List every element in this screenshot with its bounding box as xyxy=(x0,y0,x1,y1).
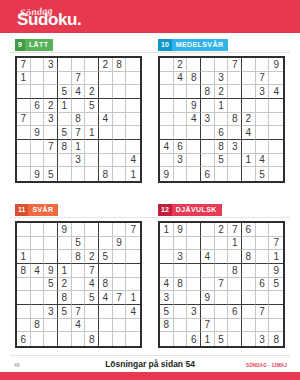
cell-r3c6 xyxy=(228,250,242,264)
cell-r4c6 xyxy=(228,99,242,113)
cell-r3c1 xyxy=(160,250,174,264)
cell-r2c3: 8 xyxy=(187,72,201,86)
cell-r8c5: 3 xyxy=(72,154,86,168)
cell-r5c9: 5 xyxy=(269,278,283,292)
cell-r4c5 xyxy=(215,264,229,278)
cell-r9c8: 3 xyxy=(256,332,270,346)
cell-r7c1: 4 xyxy=(160,140,174,154)
cell-r7c6 xyxy=(85,305,99,319)
cell-r8c8 xyxy=(256,319,270,333)
cell-r7c7 xyxy=(99,305,113,319)
cell-r4c8 xyxy=(256,99,270,113)
cell-r9c1 xyxy=(160,332,174,346)
cell-r1c3 xyxy=(187,223,201,237)
sudoku-grid-12: 1927617348189487653953678761538 xyxy=(158,221,285,348)
cell-r2c7 xyxy=(242,237,256,251)
cell-r5c1 xyxy=(160,113,174,127)
cell-r1c3 xyxy=(44,223,58,237)
cell-r7c8: 7 xyxy=(256,305,270,319)
cell-r9c9: 8 xyxy=(269,332,283,346)
bottom-puzzles-section: 11 SVÅR 12 DJÄVULSK 97591825849175248854… xyxy=(0,204,300,348)
cell-r8c2: 8 xyxy=(31,319,45,333)
cell-r6c4: 5 xyxy=(58,126,72,140)
cell-r4c9 xyxy=(126,99,140,113)
cell-r7c2: 6 xyxy=(174,140,188,154)
header-banner: Söndag Sudoku. xyxy=(0,0,300,33)
cell-r8c4 xyxy=(58,154,72,168)
cell-r5c6 xyxy=(85,113,99,127)
cell-r1c4 xyxy=(201,58,215,72)
cell-r2c2 xyxy=(174,237,188,251)
cell-r9c1 xyxy=(17,167,31,181)
cell-r2c5 xyxy=(215,237,229,251)
cell-r4c1 xyxy=(160,264,174,278)
cell-r8c1 xyxy=(17,154,31,168)
cell-r1c2 xyxy=(31,58,45,72)
badge-puzzle-9: 9 LÄTT xyxy=(15,39,53,51)
cell-r4c7 xyxy=(99,99,113,113)
cell-r1c4: 9 xyxy=(58,223,72,237)
cell-r7c9: 4 xyxy=(126,305,140,319)
cell-r4c6: 7 xyxy=(85,264,99,278)
cell-r9c6: 8 xyxy=(85,332,99,346)
badge-puzzle-11: 11 SVÅR xyxy=(15,204,58,216)
cell-r8c7 xyxy=(242,319,256,333)
cell-r9c5 xyxy=(215,167,229,181)
cell-r4c6: 5 xyxy=(85,99,99,113)
cell-r8c4 xyxy=(58,319,72,333)
cell-r2c4 xyxy=(58,72,72,86)
cell-r3c9: 4 xyxy=(269,85,283,99)
sudoku-logo: Söndag Sudoku. xyxy=(17,6,81,28)
cell-r8c5: 5 xyxy=(215,154,229,168)
cell-r8c7 xyxy=(99,319,113,333)
cell-r9c4 xyxy=(58,167,72,181)
cell-r9c9 xyxy=(126,332,140,346)
cell-r9c4: 6 xyxy=(201,167,215,181)
footer: 48 Lösningar på sidan 54 SÖNDAG · 12MAJ xyxy=(0,355,300,380)
cell-r2c4 xyxy=(201,237,215,251)
cell-r6c7: 4 xyxy=(242,126,256,140)
cell-r9c7: 8 xyxy=(99,167,113,181)
cell-r4c2: 6 xyxy=(31,99,45,113)
cell-r3c9 xyxy=(126,85,140,99)
cell-r1c7: 2 xyxy=(99,58,113,72)
cell-r4c2 xyxy=(174,264,188,278)
cell-r2c4 xyxy=(201,72,215,86)
cell-r3c2: 3 xyxy=(174,250,188,264)
cell-r1c6: 7 xyxy=(228,58,242,72)
cell-r2c4 xyxy=(58,237,72,251)
cell-r6c2 xyxy=(31,291,45,305)
cell-r1c5 xyxy=(72,58,86,72)
cell-r5c4 xyxy=(201,278,215,292)
cell-r5c4: 3 xyxy=(201,113,215,127)
cell-r3c8 xyxy=(113,85,127,99)
badge-12-number: 12 xyxy=(158,204,172,216)
cell-r7c2 xyxy=(31,140,45,154)
cell-r5c6 xyxy=(228,278,242,292)
cell-r9c6 xyxy=(85,167,99,181)
cell-r7c6: 3 xyxy=(228,140,242,154)
cell-r3c2 xyxy=(31,250,45,264)
footer-line: 48 Lösningar på sidan 54 SÖNDAG · 12MAJ xyxy=(0,356,300,372)
cell-r1c7: 6 xyxy=(242,223,256,237)
cell-r5c2 xyxy=(31,113,45,127)
cell-r1c1: 7 xyxy=(17,58,31,72)
cell-r9c5 xyxy=(72,332,86,346)
cell-r1c9: 7 xyxy=(126,223,140,237)
cell-r1c8 xyxy=(113,223,127,237)
cell-r1c7 xyxy=(99,223,113,237)
badge-10-label: MEDELSVÅR xyxy=(172,39,229,51)
cell-r3c9: 1 xyxy=(269,250,283,264)
cell-r1c3: 3 xyxy=(44,58,58,72)
cell-r8c6 xyxy=(228,319,242,333)
cell-r7c1 xyxy=(17,140,31,154)
cell-r2c2 xyxy=(31,72,45,86)
cell-r9c9 xyxy=(269,167,283,181)
cell-r6c1 xyxy=(17,126,31,140)
cell-r8c2: 3 xyxy=(174,154,188,168)
cell-r2c3 xyxy=(187,237,201,251)
cell-r7c5: 1 xyxy=(72,140,86,154)
cell-r9c4 xyxy=(58,332,72,346)
cell-r4c8 xyxy=(113,99,127,113)
cell-r8c9 xyxy=(269,319,283,333)
cell-r6c5 xyxy=(72,291,86,305)
cell-r5c6: 4 xyxy=(85,278,99,292)
separator-line-bottom xyxy=(10,217,290,218)
separator-line-top xyxy=(10,52,290,53)
cell-r6c9 xyxy=(126,126,140,140)
issue-text: SÖNDAG · 12MAJ xyxy=(246,363,287,368)
cell-r6c4: 8 xyxy=(58,291,72,305)
cell-r4c4 xyxy=(201,264,215,278)
cell-r3c5 xyxy=(215,250,229,264)
cell-r7c4: 8 xyxy=(58,140,72,154)
cell-r3c7 xyxy=(242,85,256,99)
cell-r1c4 xyxy=(58,58,72,72)
cell-r1c5: 2 xyxy=(215,223,229,237)
cell-r3c6: 2 xyxy=(85,250,99,264)
cell-r2c5: 5 xyxy=(72,237,86,251)
cell-r6c5 xyxy=(215,291,229,305)
badge-puzzle-10: 10 MEDELSVÅR xyxy=(158,39,228,51)
cell-r7c3: 3 xyxy=(187,305,201,319)
cell-r8c4: 7 xyxy=(201,319,215,333)
cell-r1c2 xyxy=(31,223,45,237)
cell-r4c4: 1 xyxy=(58,264,72,278)
cell-r6c7 xyxy=(242,291,256,305)
cell-r5c8 xyxy=(256,113,270,127)
bottom-bar xyxy=(0,372,300,380)
cell-r7c5 xyxy=(215,305,229,319)
cell-r5c3: 3 xyxy=(44,113,58,127)
cell-r6c8 xyxy=(256,126,270,140)
cell-r1c8: 8 xyxy=(113,58,127,72)
cell-r5c7: 4 xyxy=(99,113,113,127)
cell-r5c3: 5 xyxy=(44,278,58,292)
grid-row-top: 732817542621573849571781349581 279483782… xyxy=(0,56,300,183)
cell-r9c2 xyxy=(174,167,188,181)
cell-r9c5 xyxy=(72,167,86,181)
cell-r1c5 xyxy=(72,223,86,237)
cell-r2c9 xyxy=(126,72,140,86)
cell-r6c3 xyxy=(44,126,58,140)
cell-r5c4: 2 xyxy=(58,278,72,292)
badge-10-number: 10 xyxy=(158,39,172,51)
cell-r7c3: 3 xyxy=(44,305,58,319)
cell-r9c7 xyxy=(242,167,256,181)
cell-r4c1 xyxy=(160,99,174,113)
cell-r2c2: 4 xyxy=(174,72,188,86)
cell-r2c7 xyxy=(99,237,113,251)
cell-r9c3: 5 xyxy=(44,167,58,181)
cell-r3c5: 8 xyxy=(72,250,86,264)
cell-r1c3 xyxy=(187,58,201,72)
cell-r5c8 xyxy=(113,278,127,292)
cell-r2c9 xyxy=(126,237,140,251)
cell-r6c8 xyxy=(113,126,127,140)
cell-r6c9 xyxy=(269,126,283,140)
sudoku-grid-10: 279483782349143826446833514965 xyxy=(158,56,285,183)
cell-r3c6 xyxy=(228,85,242,99)
cell-r4c1 xyxy=(17,99,31,113)
cell-r6c5: 6 xyxy=(215,126,229,140)
cell-r4c9: 9 xyxy=(269,264,283,278)
cell-r2c6 xyxy=(228,72,242,86)
cell-r7c8 xyxy=(113,305,127,319)
cell-r8c8 xyxy=(113,319,127,333)
cell-r8c1: 8 xyxy=(160,319,174,333)
cell-r3c3 xyxy=(44,85,58,99)
cell-r9c8: 5 xyxy=(256,167,270,181)
cell-r6c2: 9 xyxy=(31,126,45,140)
cell-r4c5 xyxy=(72,264,86,278)
cell-r5c7 xyxy=(242,278,256,292)
cell-r8c3 xyxy=(187,319,201,333)
cell-r6c2 xyxy=(174,291,188,305)
cell-r8c5: 4 xyxy=(72,319,86,333)
cell-r5c5: 7 xyxy=(215,278,229,292)
cell-r6c2 xyxy=(174,126,188,140)
cell-r2c5: 3 xyxy=(215,72,229,86)
cell-r6c8 xyxy=(256,291,270,305)
cell-r3c8 xyxy=(256,250,270,264)
cell-r8c8: 4 xyxy=(256,154,270,168)
cell-r1c9 xyxy=(269,223,283,237)
grid-row-bottom: 975918258491752488547135748468 192761734… xyxy=(0,221,300,348)
cell-r3c2 xyxy=(31,85,45,99)
cell-r7c1: 5 xyxy=(160,305,174,319)
cell-r2c7 xyxy=(242,72,256,86)
cell-r8c7 xyxy=(99,154,113,168)
cell-r9c6 xyxy=(228,332,242,346)
cell-r3c1: 1 xyxy=(17,250,31,264)
cell-r1c6 xyxy=(85,223,99,237)
cell-r2c3 xyxy=(44,72,58,86)
cell-r1c9 xyxy=(126,58,140,72)
cell-r8c1 xyxy=(17,319,31,333)
cell-r3c4: 5 xyxy=(58,85,72,99)
cell-r8c2 xyxy=(31,154,45,168)
badge-row-bottom: 11 SVÅR 12 DJÄVULSK xyxy=(0,204,300,216)
cell-r1c8 xyxy=(256,223,270,237)
cell-r3c5: 4 xyxy=(72,85,86,99)
cell-r2c6 xyxy=(85,72,99,86)
cell-r5c2: 8 xyxy=(174,278,188,292)
cell-r5c1 xyxy=(17,278,31,292)
cell-r2c9: 7 xyxy=(269,237,283,251)
cell-r3c3 xyxy=(187,85,201,99)
cell-r2c6 xyxy=(85,237,99,251)
cell-r5c9 xyxy=(126,113,140,127)
badge-11-number: 11 xyxy=(15,204,28,216)
badge-9-label: LÄTT xyxy=(25,39,53,51)
cell-r5c7: 8 xyxy=(99,278,113,292)
cell-r2c1 xyxy=(160,72,174,86)
cell-r9c9: 1 xyxy=(126,167,140,181)
cell-r6c7 xyxy=(99,126,113,140)
cell-r8c4 xyxy=(201,154,215,168)
cell-r4c5 xyxy=(72,99,86,113)
cell-r7c5: 8 xyxy=(215,140,229,154)
cell-r8c1 xyxy=(160,154,174,168)
cell-r7c6: 6 xyxy=(228,305,242,319)
cell-r4c4 xyxy=(201,99,215,113)
badge-row-top: 9 LÄTT 10 MEDELSVÅR xyxy=(0,39,300,51)
cell-r5c5 xyxy=(215,113,229,127)
cell-r2c6: 1 xyxy=(228,237,242,251)
cell-r9c3 xyxy=(187,167,201,181)
cell-r5c9 xyxy=(126,278,140,292)
cell-r4c3: 2 xyxy=(44,99,58,113)
cell-r3c8: 3 xyxy=(256,85,270,99)
cell-r4c5: 1 xyxy=(215,99,229,113)
cell-r9c2: 9 xyxy=(31,167,45,181)
cell-r7c4: 5 xyxy=(58,305,72,319)
cell-r8c2 xyxy=(174,319,188,333)
cell-r1c6 xyxy=(85,58,99,72)
cell-r6c6: 5 xyxy=(85,291,99,305)
cell-r5c6: 8 xyxy=(228,113,242,127)
cell-r9c8 xyxy=(113,332,127,346)
cell-r7c4 xyxy=(201,140,215,154)
cell-r1c9: 9 xyxy=(269,58,283,72)
cell-r7c5: 7 xyxy=(72,305,86,319)
cell-r4c9 xyxy=(269,99,283,113)
cell-r4c1: 8 xyxy=(17,264,31,278)
cell-r5c4 xyxy=(58,113,72,127)
cell-r3c3 xyxy=(44,250,58,264)
cell-r9c3: 6 xyxy=(187,332,201,346)
cell-r5c8 xyxy=(113,113,127,127)
cell-r4c8 xyxy=(113,264,127,278)
cell-r7c6 xyxy=(85,140,99,154)
cell-r7c2 xyxy=(174,305,188,319)
cell-r2c5: 7 xyxy=(72,72,86,86)
cell-r9c1: 6 xyxy=(17,332,31,346)
cell-r7c1 xyxy=(17,305,31,319)
cell-r4c7 xyxy=(242,99,256,113)
cell-r7c8 xyxy=(113,140,127,154)
cell-r4c7 xyxy=(99,264,113,278)
cell-r5c8: 6 xyxy=(256,278,270,292)
cell-r1c5 xyxy=(215,58,229,72)
cell-r7c4 xyxy=(201,305,215,319)
cell-r4c3 xyxy=(187,264,201,278)
badge-12-label: DJÄVULSK xyxy=(172,204,222,216)
cell-r4c2: 4 xyxy=(31,264,45,278)
cell-r7c8 xyxy=(256,140,270,154)
cell-r1c1 xyxy=(17,223,31,237)
cell-r2c8: 9 xyxy=(113,237,127,251)
cell-r4c3: 9 xyxy=(44,264,58,278)
cell-r5c5 xyxy=(72,278,86,292)
cell-r1c6: 7 xyxy=(228,223,242,237)
cell-r4c9 xyxy=(126,264,140,278)
cell-r8c6 xyxy=(85,319,99,333)
cell-r8c9 xyxy=(269,154,283,168)
cell-r7c3 xyxy=(187,140,201,154)
cell-r8c3 xyxy=(44,319,58,333)
cell-r2c7 xyxy=(99,72,113,86)
cell-r7c9 xyxy=(269,140,283,154)
cell-r3c8 xyxy=(113,250,127,264)
cell-r8c9: 4 xyxy=(126,154,140,168)
cell-r3c4 xyxy=(58,250,72,264)
cell-r8c7: 1 xyxy=(242,154,256,168)
cell-r5c2 xyxy=(31,278,45,292)
cell-r1c1 xyxy=(160,58,174,72)
cell-r8c3 xyxy=(44,154,58,168)
cell-r5c3: 4 xyxy=(187,113,201,127)
cell-r9c4: 1 xyxy=(201,332,215,346)
cell-r2c8 xyxy=(113,72,127,86)
cell-r8c6 xyxy=(85,154,99,168)
cell-r7c7 xyxy=(242,140,256,154)
cell-r3c2 xyxy=(174,85,188,99)
cell-r6c4: 9 xyxy=(201,291,215,305)
cell-r9c7 xyxy=(242,332,256,346)
cell-r4c8 xyxy=(256,264,270,278)
cell-r2c8 xyxy=(256,237,270,251)
cell-r8c8 xyxy=(113,154,127,168)
cell-r3c7: 5 xyxy=(99,250,113,264)
cell-r6c3 xyxy=(44,291,58,305)
cell-r6c9: 1 xyxy=(126,291,140,305)
cell-r9c6 xyxy=(228,167,242,181)
cell-r8c9 xyxy=(126,319,140,333)
cell-r6c1: 3 xyxy=(160,291,174,305)
cell-r2c1 xyxy=(160,237,174,251)
cell-r9c3 xyxy=(44,332,58,346)
badge-11-label: SVÅR xyxy=(28,204,58,216)
cell-r8c3 xyxy=(187,154,201,168)
cell-r2c3 xyxy=(44,237,58,251)
cell-r5c7: 2 xyxy=(242,113,256,127)
cell-r3c9 xyxy=(126,250,140,264)
cell-r1c8 xyxy=(256,58,270,72)
cell-r1c2: 2 xyxy=(174,58,188,72)
cell-r6c1 xyxy=(160,126,174,140)
cell-r4c6: 8 xyxy=(228,264,242,278)
cell-r8c6 xyxy=(228,154,242,168)
cell-r4c4: 1 xyxy=(58,99,72,113)
badge-9-number: 9 xyxy=(15,39,25,51)
cell-r6c9 xyxy=(269,291,283,305)
